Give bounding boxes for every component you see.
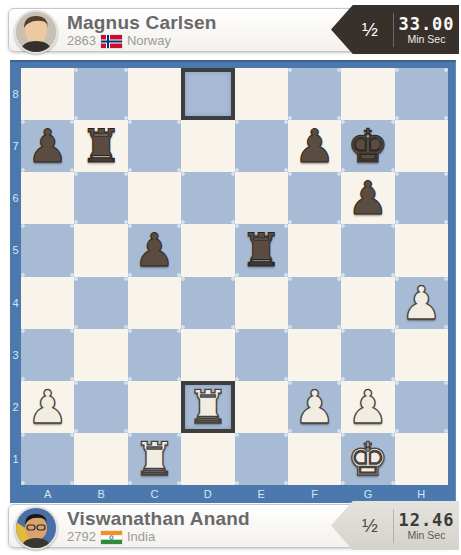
square-f2[interactable]: ♟ <box>288 381 341 433</box>
square-d1[interactable] <box>181 433 234 485</box>
square-h5[interactable] <box>395 224 448 276</box>
square-a8[interactable] <box>21 68 74 120</box>
white-pawn[interactable]: ♟ <box>294 384 335 430</box>
file-label-g: G <box>341 485 394 503</box>
square-h4[interactable]: ♟ <box>395 277 448 329</box>
file-label-f: F <box>288 485 341 503</box>
square-c1[interactable]: ♜ <box>128 433 181 485</box>
file-label-e: E <box>235 485 288 503</box>
file-label-c: C <box>128 485 181 503</box>
square-a7[interactable]: ♟ <box>21 120 74 172</box>
square-c8[interactable] <box>128 68 181 120</box>
square-b8[interactable] <box>74 68 127 120</box>
rank-label-2: 2 <box>10 381 21 433</box>
white-rook[interactable]: ♜ <box>187 384 228 430</box>
player-meta-bottom: 2792 India <box>67 529 250 545</box>
black-pawn[interactable]: ♟ <box>134 227 175 273</box>
rank-labels: 87654321 <box>10 68 21 485</box>
square-e8[interactable] <box>235 68 288 120</box>
black-king[interactable]: ♚ <box>347 123 388 169</box>
rank-label-3: 3 <box>10 329 21 381</box>
square-e6[interactable] <box>235 172 288 224</box>
square-h7[interactable] <box>395 120 448 172</box>
square-a5[interactable] <box>21 224 74 276</box>
clock-bottom: 12.46 Min Sec <box>393 509 459 543</box>
square-b6[interactable] <box>74 172 127 224</box>
square-d4[interactable] <box>181 277 234 329</box>
square-c7[interactable] <box>128 120 181 172</box>
square-g5[interactable] <box>341 224 394 276</box>
chess-board: ♟♜♟♚♟♟♜♟♟♜♟♟♜♚ <box>21 68 448 485</box>
player-info-bottom: Viswanathan Anand 2792 India <box>67 508 250 545</box>
player-meta-top: 2863 Norway <box>67 33 217 49</box>
clock-top: 33.00 Min Sec <box>393 13 459 47</box>
avatar-viswanathan-anand <box>14 506 58 550</box>
avatar-magnus-carlsen <box>14 10 58 54</box>
rank-label-1: 1 <box>10 433 21 485</box>
rank-label-4: 4 <box>10 277 21 329</box>
file-label-b: B <box>74 485 127 503</box>
rank-label-6: 6 <box>10 172 21 224</box>
square-e5[interactable]: ♜ <box>235 224 288 276</box>
square-e7[interactable] <box>235 120 288 172</box>
square-c6[interactable] <box>128 172 181 224</box>
black-rook[interactable]: ♜ <box>80 123 121 169</box>
black-pawn[interactable]: ♟ <box>27 123 68 169</box>
avatar-image <box>16 12 56 52</box>
square-h2[interactable] <box>395 381 448 433</box>
player-country-top: Norway <box>127 33 171 49</box>
match-score-top: ½ <box>331 19 393 41</box>
square-f1[interactable] <box>288 433 341 485</box>
square-d3[interactable] <box>181 329 234 381</box>
square-g2[interactable]: ♟ <box>341 381 394 433</box>
white-pawn[interactable]: ♟ <box>401 280 442 326</box>
clock-badge-top: ½ 33.00 Min Sec <box>331 5 459 54</box>
square-d2[interactable]: ♜ <box>181 381 234 433</box>
file-label-a: A <box>21 485 74 503</box>
square-f6[interactable] <box>288 172 341 224</box>
square-a2[interactable]: ♟ <box>21 381 74 433</box>
black-pawn[interactable]: ♟ <box>347 175 388 221</box>
black-rook[interactable]: ♜ <box>241 227 282 273</box>
square-f7[interactable]: ♟ <box>288 120 341 172</box>
square-d6[interactable] <box>181 172 234 224</box>
square-d8[interactable] <box>181 68 234 120</box>
square-f4[interactable] <box>288 277 341 329</box>
player-name-bottom: Viswanathan Anand <box>67 508 250 529</box>
square-h3[interactable] <box>395 329 448 381</box>
white-rook[interactable]: ♜ <box>134 436 175 482</box>
square-e2[interactable] <box>235 381 288 433</box>
square-g1[interactable]: ♚ <box>341 433 394 485</box>
white-pawn[interactable]: ♟ <box>347 384 388 430</box>
square-g7[interactable]: ♚ <box>341 120 394 172</box>
square-b4[interactable] <box>74 277 127 329</box>
norway-flag-icon <box>101 35 122 48</box>
square-e4[interactable] <box>235 277 288 329</box>
clock-units-bottom: Min Sec <box>408 529 446 541</box>
square-h1[interactable] <box>395 433 448 485</box>
square-c5[interactable]: ♟ <box>128 224 181 276</box>
india-flag-icon <box>101 531 122 544</box>
square-h6[interactable] <box>395 172 448 224</box>
square-g8[interactable] <box>341 68 394 120</box>
square-g4[interactable] <box>341 277 394 329</box>
player-rating-bottom: 2792 <box>67 529 96 545</box>
square-b1[interactable] <box>74 433 127 485</box>
square-f5[interactable] <box>288 224 341 276</box>
player-name-top: Magnus Carlsen <box>67 12 217 33</box>
square-a4[interactable] <box>21 277 74 329</box>
square-h8[interactable] <box>395 68 448 120</box>
player-rating-top: 2863 <box>67 33 96 49</box>
rank-label-7: 7 <box>10 120 21 172</box>
file-label-d: D <box>181 485 234 503</box>
clock-badge-bottom: ½ 12.46 Min Sec <box>331 501 459 550</box>
square-a3[interactable] <box>21 329 74 381</box>
square-c4[interactable] <box>128 277 181 329</box>
clock-units-top: Min Sec <box>408 33 446 45</box>
clock-time-top: 33.00 <box>398 15 454 33</box>
square-b2[interactable] <box>74 381 127 433</box>
square-c3[interactable] <box>128 329 181 381</box>
chess-app: Magnus Carlsen 2863 Norway ½ 33.00 <box>0 0 461 555</box>
square-e1[interactable] <box>235 433 288 485</box>
rank-label-8: 8 <box>10 68 21 120</box>
black-pawn[interactable]: ♟ <box>294 123 335 169</box>
player-info-top: Magnus Carlsen 2863 Norway <box>67 12 217 49</box>
avatar-image <box>16 508 56 548</box>
board-frame: 87654321 ♟♜♟♚♟♟♜♟♟♜♟♟♜♚ ABCDEFGH <box>10 60 456 503</box>
player-country-bottom: India <box>127 529 155 545</box>
square-b3[interactable] <box>74 329 127 381</box>
square-d7[interactable] <box>181 120 234 172</box>
square-f8[interactable] <box>288 68 341 120</box>
rank-label-5: 5 <box>10 224 21 276</box>
square-d5[interactable] <box>181 224 234 276</box>
square-g6[interactable]: ♟ <box>341 172 394 224</box>
clock-time-bottom: 12.46 <box>398 511 454 529</box>
match-score-bottom: ½ <box>331 515 393 537</box>
square-b7[interactable]: ♜ <box>74 120 127 172</box>
square-a1[interactable] <box>21 433 74 485</box>
square-b5[interactable] <box>74 224 127 276</box>
square-c2[interactable] <box>128 381 181 433</box>
file-labels: ABCDEFGH <box>21 485 448 503</box>
square-f3[interactable] <box>288 329 341 381</box>
white-pawn[interactable]: ♟ <box>27 384 68 430</box>
square-a6[interactable] <box>21 172 74 224</box>
file-label-h: H <box>395 485 448 503</box>
square-e3[interactable] <box>235 329 288 381</box>
square-g3[interactable] <box>341 329 394 381</box>
white-king[interactable]: ♚ <box>347 436 388 482</box>
